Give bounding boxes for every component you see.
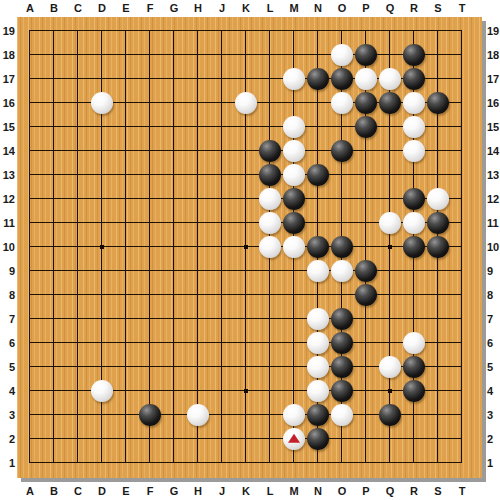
board-point-O5[interactable] bbox=[330, 355, 354, 379]
board-point-E16[interactable] bbox=[114, 91, 138, 115]
board-point-M13[interactable] bbox=[282, 163, 306, 187]
board-point-G17[interactable] bbox=[162, 67, 186, 91]
board-point-C19[interactable] bbox=[66, 19, 90, 43]
board-point-Q4[interactable] bbox=[378, 379, 402, 403]
board-point-M8[interactable] bbox=[282, 283, 306, 307]
board-point-G9[interactable] bbox=[162, 259, 186, 283]
board-point-L10[interactable] bbox=[258, 235, 282, 259]
board-point-D8[interactable] bbox=[90, 283, 114, 307]
board-point-C7[interactable] bbox=[66, 307, 90, 331]
board-point-T11[interactable] bbox=[450, 211, 474, 235]
board-point-S16[interactable] bbox=[426, 91, 450, 115]
board-point-N10[interactable] bbox=[306, 235, 330, 259]
board-point-K15[interactable] bbox=[234, 115, 258, 139]
board-point-H9[interactable] bbox=[186, 259, 210, 283]
board-point-D1[interactable] bbox=[90, 451, 114, 475]
board-point-L14[interactable] bbox=[258, 139, 282, 163]
board-point-O16[interactable] bbox=[330, 91, 354, 115]
board-point-L11[interactable] bbox=[258, 211, 282, 235]
board-point-E18[interactable] bbox=[114, 43, 138, 67]
board-point-S3[interactable] bbox=[426, 403, 450, 427]
board-point-C9[interactable] bbox=[66, 259, 90, 283]
board-point-B14[interactable] bbox=[42, 139, 66, 163]
board-point-T19[interactable] bbox=[450, 19, 474, 43]
board-point-P18[interactable] bbox=[354, 43, 378, 67]
board-point-A5[interactable] bbox=[18, 355, 42, 379]
board-point-R18[interactable] bbox=[402, 43, 426, 67]
board-point-T4[interactable] bbox=[450, 379, 474, 403]
board-point-G2[interactable] bbox=[162, 427, 186, 451]
board-point-A17[interactable] bbox=[18, 67, 42, 91]
board-point-A2[interactable] bbox=[18, 427, 42, 451]
board-point-G16[interactable] bbox=[162, 91, 186, 115]
board-point-Q17[interactable] bbox=[378, 67, 402, 91]
board-point-J3[interactable] bbox=[210, 403, 234, 427]
board-point-C13[interactable] bbox=[66, 163, 90, 187]
board-point-B19[interactable] bbox=[42, 19, 66, 43]
board-point-K12[interactable] bbox=[234, 187, 258, 211]
board-point-B4[interactable] bbox=[42, 379, 66, 403]
board-point-J5[interactable] bbox=[210, 355, 234, 379]
board-point-C8[interactable] bbox=[66, 283, 90, 307]
board-point-F7[interactable] bbox=[138, 307, 162, 331]
board-point-L8[interactable] bbox=[258, 283, 282, 307]
board-point-L15[interactable] bbox=[258, 115, 282, 139]
board-point-M16[interactable] bbox=[282, 91, 306, 115]
board-point-O19[interactable] bbox=[330, 19, 354, 43]
board-point-O14[interactable] bbox=[330, 139, 354, 163]
board-point-J13[interactable] bbox=[210, 163, 234, 187]
board-point-D16[interactable] bbox=[90, 91, 114, 115]
board-point-Q10[interactable] bbox=[378, 235, 402, 259]
board-point-P2[interactable] bbox=[354, 427, 378, 451]
board-point-C11[interactable] bbox=[66, 211, 90, 235]
board-point-E10[interactable] bbox=[114, 235, 138, 259]
board-point-J7[interactable] bbox=[210, 307, 234, 331]
board-point-J2[interactable] bbox=[210, 427, 234, 451]
board-point-P7[interactable] bbox=[354, 307, 378, 331]
board-point-L13[interactable] bbox=[258, 163, 282, 187]
board-point-P3[interactable] bbox=[354, 403, 378, 427]
board-point-R19[interactable] bbox=[402, 19, 426, 43]
board-point-M6[interactable] bbox=[282, 331, 306, 355]
board-point-B10[interactable] bbox=[42, 235, 66, 259]
board-point-R16[interactable] bbox=[402, 91, 426, 115]
board-point-N4[interactable] bbox=[306, 379, 330, 403]
board-point-D4[interactable] bbox=[90, 379, 114, 403]
board-point-D11[interactable] bbox=[90, 211, 114, 235]
board-point-T3[interactable] bbox=[450, 403, 474, 427]
board-point-G15[interactable] bbox=[162, 115, 186, 139]
board-point-F16[interactable] bbox=[138, 91, 162, 115]
board-point-R8[interactable] bbox=[402, 283, 426, 307]
board-point-T18[interactable] bbox=[450, 43, 474, 67]
board-point-F18[interactable] bbox=[138, 43, 162, 67]
board-point-E3[interactable] bbox=[114, 403, 138, 427]
board-point-N5[interactable] bbox=[306, 355, 330, 379]
board-point-F2[interactable] bbox=[138, 427, 162, 451]
board-point-K6[interactable] bbox=[234, 331, 258, 355]
board-point-T15[interactable] bbox=[450, 115, 474, 139]
board-point-O13[interactable] bbox=[330, 163, 354, 187]
board-point-S14[interactable] bbox=[426, 139, 450, 163]
board-point-R17[interactable] bbox=[402, 67, 426, 91]
board-point-H5[interactable] bbox=[186, 355, 210, 379]
board-point-G10[interactable] bbox=[162, 235, 186, 259]
board-point-D7[interactable] bbox=[90, 307, 114, 331]
board-point-M3[interactable] bbox=[282, 403, 306, 427]
board-point-H1[interactable] bbox=[186, 451, 210, 475]
board-point-A14[interactable] bbox=[18, 139, 42, 163]
board-point-J19[interactable] bbox=[210, 19, 234, 43]
board-point-N12[interactable] bbox=[306, 187, 330, 211]
board-point-S10[interactable] bbox=[426, 235, 450, 259]
board-point-F5[interactable] bbox=[138, 355, 162, 379]
board-point-R7[interactable] bbox=[402, 307, 426, 331]
board-point-A13[interactable] bbox=[18, 163, 42, 187]
board-point-C15[interactable] bbox=[66, 115, 90, 139]
board-point-S4[interactable] bbox=[426, 379, 450, 403]
board-point-A11[interactable] bbox=[18, 211, 42, 235]
board-point-O4[interactable] bbox=[330, 379, 354, 403]
board-point-C18[interactable] bbox=[66, 43, 90, 67]
board-point-F15[interactable] bbox=[138, 115, 162, 139]
board-point-O17[interactable] bbox=[330, 67, 354, 91]
board-point-D5[interactable] bbox=[90, 355, 114, 379]
board-point-R3[interactable] bbox=[402, 403, 426, 427]
board-point-H18[interactable] bbox=[186, 43, 210, 67]
board-point-G18[interactable] bbox=[162, 43, 186, 67]
board-point-L9[interactable] bbox=[258, 259, 282, 283]
board-point-T16[interactable] bbox=[450, 91, 474, 115]
board-point-B3[interactable] bbox=[42, 403, 66, 427]
board-point-H17[interactable] bbox=[186, 67, 210, 91]
board-point-D6[interactable] bbox=[90, 331, 114, 355]
board-point-L12[interactable] bbox=[258, 187, 282, 211]
board-point-L16[interactable] bbox=[258, 91, 282, 115]
board-point-J11[interactable] bbox=[210, 211, 234, 235]
board-point-N18[interactable] bbox=[306, 43, 330, 67]
board-point-F14[interactable] bbox=[138, 139, 162, 163]
board-point-O7[interactable] bbox=[330, 307, 354, 331]
board-point-Q3[interactable] bbox=[378, 403, 402, 427]
board-point-F8[interactable] bbox=[138, 283, 162, 307]
board-point-M17[interactable] bbox=[282, 67, 306, 91]
board-point-R15[interactable] bbox=[402, 115, 426, 139]
board-point-O18[interactable] bbox=[330, 43, 354, 67]
board-point-S13[interactable] bbox=[426, 163, 450, 187]
board-point-B8[interactable] bbox=[42, 283, 66, 307]
board-point-M4[interactable] bbox=[282, 379, 306, 403]
board-point-J1[interactable] bbox=[210, 451, 234, 475]
board-point-T13[interactable] bbox=[450, 163, 474, 187]
board-point-L5[interactable] bbox=[258, 355, 282, 379]
board-point-L3[interactable] bbox=[258, 403, 282, 427]
board-point-C17[interactable] bbox=[66, 67, 90, 91]
board-point-G3[interactable] bbox=[162, 403, 186, 427]
board-point-P5[interactable] bbox=[354, 355, 378, 379]
board-point-D15[interactable] bbox=[90, 115, 114, 139]
board-point-O6[interactable] bbox=[330, 331, 354, 355]
board-point-F12[interactable] bbox=[138, 187, 162, 211]
board-point-F13[interactable] bbox=[138, 163, 162, 187]
board-point-Q16[interactable] bbox=[378, 91, 402, 115]
board-point-M15[interactable] bbox=[282, 115, 306, 139]
board-point-B5[interactable] bbox=[42, 355, 66, 379]
board-point-O12[interactable] bbox=[330, 187, 354, 211]
board-point-R2[interactable] bbox=[402, 427, 426, 451]
board-point-G13[interactable] bbox=[162, 163, 186, 187]
board-point-T1[interactable] bbox=[450, 451, 474, 475]
board-point-E19[interactable] bbox=[114, 19, 138, 43]
board-point-L6[interactable] bbox=[258, 331, 282, 355]
board-point-F1[interactable] bbox=[138, 451, 162, 475]
board-point-H15[interactable] bbox=[186, 115, 210, 139]
board-point-K10[interactable] bbox=[234, 235, 258, 259]
board-point-O1[interactable] bbox=[330, 451, 354, 475]
board-point-B6[interactable] bbox=[42, 331, 66, 355]
board-point-K4[interactable] bbox=[234, 379, 258, 403]
board-point-T17[interactable] bbox=[450, 67, 474, 91]
board-point-J4[interactable] bbox=[210, 379, 234, 403]
board-point-Q12[interactable] bbox=[378, 187, 402, 211]
board-point-B7[interactable] bbox=[42, 307, 66, 331]
board-point-R5[interactable] bbox=[402, 355, 426, 379]
board-point-P6[interactable] bbox=[354, 331, 378, 355]
board-point-Q19[interactable] bbox=[378, 19, 402, 43]
board-point-C3[interactable] bbox=[66, 403, 90, 427]
board-point-S17[interactable] bbox=[426, 67, 450, 91]
board-point-H16[interactable] bbox=[186, 91, 210, 115]
board-point-J14[interactable] bbox=[210, 139, 234, 163]
board-point-H13[interactable] bbox=[186, 163, 210, 187]
board-point-E1[interactable] bbox=[114, 451, 138, 475]
board-point-R4[interactable] bbox=[402, 379, 426, 403]
board-point-Q5[interactable] bbox=[378, 355, 402, 379]
board-point-M10[interactable] bbox=[282, 235, 306, 259]
board-point-K8[interactable] bbox=[234, 283, 258, 307]
board-point-N3[interactable] bbox=[306, 403, 330, 427]
board-point-G14[interactable] bbox=[162, 139, 186, 163]
board-point-O2[interactable] bbox=[330, 427, 354, 451]
board-point-G7[interactable] bbox=[162, 307, 186, 331]
board-point-K2[interactable] bbox=[234, 427, 258, 451]
board-point-M1[interactable] bbox=[282, 451, 306, 475]
board-point-T9[interactable] bbox=[450, 259, 474, 283]
board-point-J16[interactable] bbox=[210, 91, 234, 115]
board-point-R6[interactable] bbox=[402, 331, 426, 355]
board-point-M18[interactable] bbox=[282, 43, 306, 67]
board-point-H11[interactable] bbox=[186, 211, 210, 235]
board-point-M12[interactable] bbox=[282, 187, 306, 211]
board-point-J10[interactable] bbox=[210, 235, 234, 259]
board-point-T10[interactable] bbox=[450, 235, 474, 259]
board-point-B15[interactable] bbox=[42, 115, 66, 139]
board-point-B17[interactable] bbox=[42, 67, 66, 91]
board-point-P1[interactable] bbox=[354, 451, 378, 475]
board-point-A6[interactable] bbox=[18, 331, 42, 355]
board-point-A10[interactable] bbox=[18, 235, 42, 259]
board-point-C1[interactable] bbox=[66, 451, 90, 475]
board-point-D10[interactable] bbox=[90, 235, 114, 259]
board-point-Q11[interactable] bbox=[378, 211, 402, 235]
board-point-H7[interactable] bbox=[186, 307, 210, 331]
board-point-S5[interactable] bbox=[426, 355, 450, 379]
board-point-Q9[interactable] bbox=[378, 259, 402, 283]
board-point-P19[interactable] bbox=[354, 19, 378, 43]
board-point-R11[interactable] bbox=[402, 211, 426, 235]
board-point-F6[interactable] bbox=[138, 331, 162, 355]
board-point-O15[interactable] bbox=[330, 115, 354, 139]
board-point-S1[interactable] bbox=[426, 451, 450, 475]
board-point-A4[interactable] bbox=[18, 379, 42, 403]
board-point-E9[interactable] bbox=[114, 259, 138, 283]
board-point-M19[interactable] bbox=[282, 19, 306, 43]
board-point-E12[interactable] bbox=[114, 187, 138, 211]
board-point-A18[interactable] bbox=[18, 43, 42, 67]
board-point-F19[interactable] bbox=[138, 19, 162, 43]
board-point-P10[interactable] bbox=[354, 235, 378, 259]
board-point-K19[interactable] bbox=[234, 19, 258, 43]
board-point-B11[interactable] bbox=[42, 211, 66, 235]
board-point-H19[interactable] bbox=[186, 19, 210, 43]
board-point-P13[interactable] bbox=[354, 163, 378, 187]
board-point-L1[interactable] bbox=[258, 451, 282, 475]
board-point-T8[interactable] bbox=[450, 283, 474, 307]
board-point-J18[interactable] bbox=[210, 43, 234, 67]
board-point-F17[interactable] bbox=[138, 67, 162, 91]
board-point-D12[interactable] bbox=[90, 187, 114, 211]
board-point-P14[interactable] bbox=[354, 139, 378, 163]
board-point-P11[interactable] bbox=[354, 211, 378, 235]
board-point-C5[interactable] bbox=[66, 355, 90, 379]
board-point-Q18[interactable] bbox=[378, 43, 402, 67]
board-point-N14[interactable] bbox=[306, 139, 330, 163]
board-point-K1[interactable] bbox=[234, 451, 258, 475]
board-point-E15[interactable] bbox=[114, 115, 138, 139]
board-point-B1[interactable] bbox=[42, 451, 66, 475]
board-point-Q15[interactable] bbox=[378, 115, 402, 139]
board-point-J12[interactable] bbox=[210, 187, 234, 211]
board-point-D14[interactable] bbox=[90, 139, 114, 163]
board-point-M7[interactable] bbox=[282, 307, 306, 331]
board-point-Q2[interactable] bbox=[378, 427, 402, 451]
board-point-Q14[interactable] bbox=[378, 139, 402, 163]
board-point-N1[interactable] bbox=[306, 451, 330, 475]
board-point-S18[interactable] bbox=[426, 43, 450, 67]
board-point-D13[interactable] bbox=[90, 163, 114, 187]
board-point-K16[interactable] bbox=[234, 91, 258, 115]
board-point-O11[interactable] bbox=[330, 211, 354, 235]
board-point-A15[interactable] bbox=[18, 115, 42, 139]
board-point-K3[interactable] bbox=[234, 403, 258, 427]
board-point-G11[interactable] bbox=[162, 211, 186, 235]
board-point-F4[interactable] bbox=[138, 379, 162, 403]
board-point-Q8[interactable] bbox=[378, 283, 402, 307]
board-point-A16[interactable] bbox=[18, 91, 42, 115]
board-point-C6[interactable] bbox=[66, 331, 90, 355]
board-point-J17[interactable] bbox=[210, 67, 234, 91]
board-point-T2[interactable] bbox=[450, 427, 474, 451]
board-point-S6[interactable] bbox=[426, 331, 450, 355]
board-point-S12[interactable] bbox=[426, 187, 450, 211]
board-point-H2[interactable] bbox=[186, 427, 210, 451]
board-point-C10[interactable] bbox=[66, 235, 90, 259]
board-point-E13[interactable] bbox=[114, 163, 138, 187]
board-point-N6[interactable] bbox=[306, 331, 330, 355]
board-point-H8[interactable] bbox=[186, 283, 210, 307]
board-point-P16[interactable] bbox=[354, 91, 378, 115]
board-point-A9[interactable] bbox=[18, 259, 42, 283]
board-point-J15[interactable] bbox=[210, 115, 234, 139]
board-point-N19[interactable] bbox=[306, 19, 330, 43]
board-point-R1[interactable] bbox=[402, 451, 426, 475]
board-point-R10[interactable] bbox=[402, 235, 426, 259]
board-point-L4[interactable] bbox=[258, 379, 282, 403]
board-point-T12[interactable] bbox=[450, 187, 474, 211]
board-point-N16[interactable] bbox=[306, 91, 330, 115]
board-point-E7[interactable] bbox=[114, 307, 138, 331]
board-point-D3[interactable] bbox=[90, 403, 114, 427]
board-point-O10[interactable] bbox=[330, 235, 354, 259]
board-point-P17[interactable] bbox=[354, 67, 378, 91]
board-point-M14[interactable] bbox=[282, 139, 306, 163]
board-point-S7[interactable] bbox=[426, 307, 450, 331]
board-point-S2[interactable] bbox=[426, 427, 450, 451]
board-point-E4[interactable] bbox=[114, 379, 138, 403]
board-point-N17[interactable] bbox=[306, 67, 330, 91]
board-point-Q13[interactable] bbox=[378, 163, 402, 187]
board-point-D9[interactable] bbox=[90, 259, 114, 283]
board-point-A12[interactable] bbox=[18, 187, 42, 211]
board-point-C14[interactable] bbox=[66, 139, 90, 163]
board-point-O9[interactable] bbox=[330, 259, 354, 283]
board-point-P15[interactable] bbox=[354, 115, 378, 139]
board-point-B12[interactable] bbox=[42, 187, 66, 211]
board-point-H4[interactable] bbox=[186, 379, 210, 403]
board-point-L17[interactable] bbox=[258, 67, 282, 91]
board-point-R9[interactable] bbox=[402, 259, 426, 283]
board-point-J9[interactable] bbox=[210, 259, 234, 283]
board-point-L19[interactable] bbox=[258, 19, 282, 43]
board-point-K17[interactable] bbox=[234, 67, 258, 91]
board-point-T5[interactable] bbox=[450, 355, 474, 379]
board-point-H12[interactable] bbox=[186, 187, 210, 211]
board-point-Q6[interactable] bbox=[378, 331, 402, 355]
board-point-C12[interactable] bbox=[66, 187, 90, 211]
board-point-E14[interactable] bbox=[114, 139, 138, 163]
board-point-M11[interactable] bbox=[282, 211, 306, 235]
board-point-A7[interactable] bbox=[18, 307, 42, 331]
board-point-N11[interactable] bbox=[306, 211, 330, 235]
board-point-B16[interactable] bbox=[42, 91, 66, 115]
board-point-F9[interactable] bbox=[138, 259, 162, 283]
board-point-M2[interactable] bbox=[282, 427, 306, 451]
board-point-S8[interactable] bbox=[426, 283, 450, 307]
board-point-E8[interactable] bbox=[114, 283, 138, 307]
board-point-H14[interactable] bbox=[186, 139, 210, 163]
board-point-P12[interactable] bbox=[354, 187, 378, 211]
board-point-H10[interactable] bbox=[186, 235, 210, 259]
board-point-E17[interactable] bbox=[114, 67, 138, 91]
board-point-J6[interactable] bbox=[210, 331, 234, 355]
board-point-K9[interactable] bbox=[234, 259, 258, 283]
board-point-N9[interactable] bbox=[306, 259, 330, 283]
board-point-Q1[interactable] bbox=[378, 451, 402, 475]
board-point-B2[interactable] bbox=[42, 427, 66, 451]
board-point-S19[interactable] bbox=[426, 19, 450, 43]
board-point-C2[interactable] bbox=[66, 427, 90, 451]
